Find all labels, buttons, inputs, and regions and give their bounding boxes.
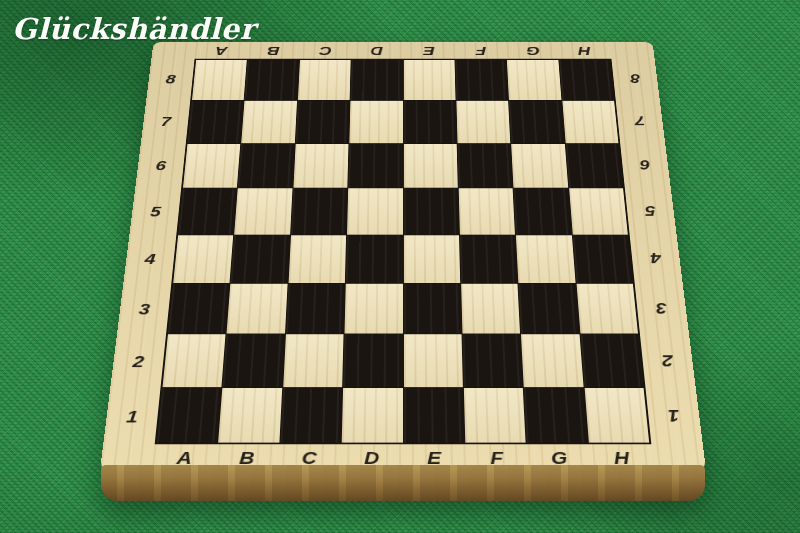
square-d3	[345, 284, 403, 334]
wood-frame: ABCDEFGH 87654321 87654321 ABCDEFGH	[100, 42, 706, 470]
file-label-c: C	[278, 448, 341, 466]
square-e6	[403, 144, 457, 188]
board-top-face: ABCDEFGH 87654321 87654321 ABCDEFGH	[100, 42, 706, 470]
rank-label-1: 1	[667, 407, 680, 424]
square-h2	[580, 334, 643, 386]
square-a1	[157, 388, 222, 443]
square-g5	[514, 188, 572, 234]
square-d5	[347, 188, 402, 234]
square-b5	[235, 188, 293, 234]
square-a2	[163, 334, 226, 386]
square-e7	[403, 101, 456, 143]
square-d6	[348, 144, 402, 188]
square-c7	[295, 101, 349, 143]
rank-label-7: 7	[634, 115, 646, 128]
file-label-b: B	[215, 448, 279, 466]
square-c3	[286, 284, 345, 334]
square-h6	[565, 144, 623, 188]
chessboard: ABCDEFGH 87654321 87654321 ABCDEFGH	[0, 0, 800, 533]
square-a3	[168, 284, 230, 334]
square-b7	[242, 101, 297, 143]
file-label-e: E	[403, 448, 466, 466]
file-label-b: B	[247, 45, 300, 57]
rank-label-5: 5	[150, 204, 162, 219]
square-f3	[461, 284, 520, 334]
rank-label-6: 6	[155, 158, 167, 172]
square-a7	[188, 101, 244, 143]
file-label-f: F	[455, 45, 507, 57]
rank-label-8: 8	[630, 73, 641, 86]
square-f6	[457, 144, 512, 188]
rank-label-2: 2	[132, 353, 145, 370]
square-h5	[569, 188, 628, 234]
file-label-h: H	[558, 45, 611, 57]
rank-label-7: 7	[160, 115, 172, 128]
square-f7	[456, 101, 510, 143]
square-a4	[173, 235, 233, 283]
square-a5	[178, 188, 237, 234]
file-labels-top: ABCDEFGH	[195, 43, 612, 58]
square-c8	[298, 60, 351, 100]
square-g8	[507, 60, 561, 100]
file-label-a: A	[152, 448, 216, 466]
rank-label-1: 1	[125, 407, 138, 424]
square-f2	[462, 334, 523, 386]
square-c1	[280, 388, 342, 443]
brand-logo: Glückshändler	[12, 12, 255, 46]
square-g6	[511, 144, 568, 188]
file-label-g: G	[527, 448, 591, 466]
square-a8	[192, 60, 247, 100]
square-h1	[584, 388, 649, 443]
square-d1	[342, 388, 403, 443]
rank-label-2: 2	[661, 353, 674, 370]
file-label-c: C	[299, 45, 351, 57]
square-g4	[516, 235, 575, 283]
rank-label-4: 4	[144, 251, 156, 266]
square-e3	[403, 284, 461, 334]
square-c5	[291, 188, 348, 234]
file-label-g: G	[506, 45, 559, 57]
square-a6	[183, 144, 241, 188]
file-label-d: D	[351, 45, 403, 57]
rank-label-5: 5	[644, 204, 656, 219]
square-d2	[343, 334, 402, 386]
rank-label-4: 4	[650, 251, 662, 266]
file-label-a: A	[195, 45, 248, 57]
square-e8	[403, 60, 455, 100]
square-b4	[231, 235, 290, 283]
square-f4	[460, 235, 518, 283]
file-label-f: F	[465, 448, 528, 466]
file-label-e: E	[403, 45, 455, 57]
square-e4	[403, 235, 460, 283]
rank-label-6: 6	[639, 158, 651, 172]
square-g1	[524, 388, 588, 443]
rank-label-8: 8	[165, 73, 176, 86]
file-label-h: H	[590, 448, 654, 466]
square-e2	[403, 334, 462, 386]
rank-label-3: 3	[655, 301, 668, 317]
square-b1	[218, 388, 282, 443]
square-h7	[562, 101, 618, 143]
square-f5	[459, 188, 516, 234]
square-g2	[521, 334, 583, 386]
square-d4	[346, 235, 403, 283]
square-c6	[293, 144, 348, 188]
square-g3	[519, 284, 580, 334]
square-h8	[559, 60, 614, 100]
square-h3	[576, 284, 638, 334]
square-b8	[245, 60, 299, 100]
square-f1	[464, 388, 526, 443]
square-d8	[351, 60, 403, 100]
square-c4	[288, 235, 346, 283]
square-b6	[238, 144, 295, 188]
square-e5	[403, 188, 458, 234]
square-b2	[223, 334, 285, 386]
file-label-d: D	[340, 448, 403, 466]
board-side-edge	[101, 465, 705, 501]
square-d7	[349, 101, 402, 143]
square-f8	[455, 60, 508, 100]
board-grid	[155, 59, 652, 445]
square-e1	[403, 388, 464, 443]
rank-label-3: 3	[138, 301, 151, 317]
square-b3	[227, 284, 288, 334]
square-c2	[283, 334, 344, 386]
square-h4	[572, 235, 632, 283]
square-g7	[509, 101, 564, 143]
